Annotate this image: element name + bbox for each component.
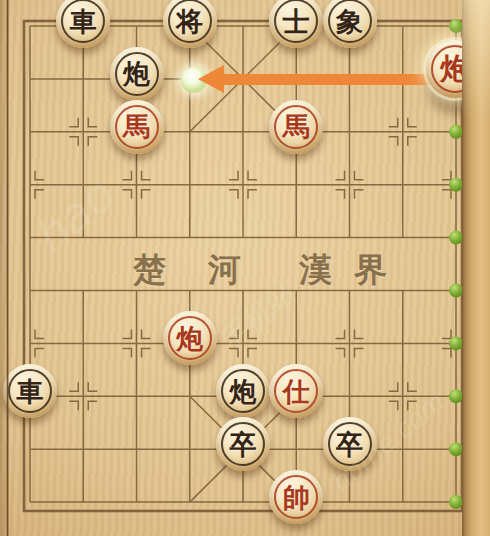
piece-glyph: 卒 [336, 431, 363, 458]
piece-glyph: 車 [70, 8, 97, 35]
piece-glyph: 仕 [283, 378, 310, 405]
piece-black-chariot[interactable]: 車 [3, 364, 57, 418]
piece-glyph: 帥 [283, 484, 310, 511]
move-arrow-shaft [216, 74, 452, 85]
piece-black-soldier[interactable]: 卒 [216, 417, 270, 471]
piece-red-horse[interactable]: 馬 [110, 100, 164, 154]
piece-red-general[interactable]: 帥 [269, 470, 323, 524]
piece-glyph: 象 [336, 8, 363, 35]
piece-glyph: 将 [176, 8, 203, 35]
board-right-frame [462, 0, 490, 536]
piece-red-cannon[interactable]: 炮 [163, 311, 217, 365]
xiangqi-board[interactable]: 楚河 漢界 車将士象炮炮馬馬炮車炮仕卒卒帥 [0, 0, 490, 536]
river-label-left: 楚河 [133, 248, 283, 293]
move-arrow-head-icon [198, 65, 224, 93]
river-label-right: 漢界 [299, 248, 409, 293]
piece-glyph: 馬 [283, 113, 310, 140]
piece-glyph: 馬 [123, 113, 150, 140]
piece-glyph: 炮 [123, 60, 150, 87]
board-left-seam [6, 0, 9, 536]
piece-glyph: 炮 [176, 325, 203, 352]
piece-glyph: 卒 [230, 431, 257, 458]
piece-black-cannon[interactable]: 炮 [110, 47, 164, 101]
piece-red-horse[interactable]: 馬 [269, 100, 323, 154]
piece-glyph: 車 [17, 378, 44, 405]
piece-black-soldier[interactable]: 卒 [323, 417, 377, 471]
piece-black-cannon[interactable]: 炮 [216, 364, 270, 418]
piece-glyph: 炮 [230, 378, 257, 405]
piece-glyph: 士 [283, 8, 310, 35]
